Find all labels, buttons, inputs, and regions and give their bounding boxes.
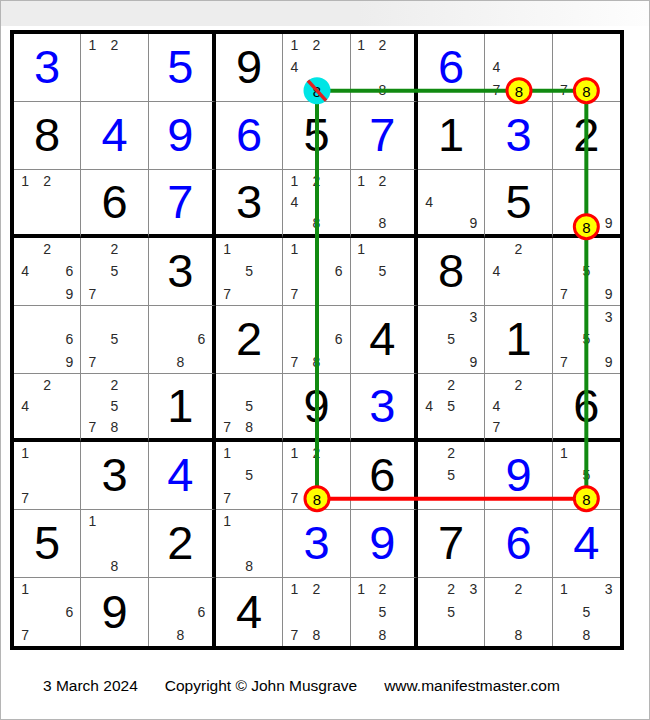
cell-r9c8[interactable]: 28 (485, 578, 552, 646)
candidate-grid: 68 (149, 578, 212, 646)
candidate-grid: 2469 (14, 238, 80, 305)
cell-r1c6[interactable]: 128 (351, 34, 418, 102)
candidate-7: 7 (14, 487, 36, 509)
candidate-grid: 167 (283, 238, 349, 305)
candidate-7: 7 (283, 351, 305, 373)
top-band (1, 1, 649, 26)
candidate-8: 8 (305, 623, 327, 646)
candidate-8: 8 (575, 213, 597, 234)
candidate-5: 5 (440, 328, 462, 350)
cell-r8c7[interactable]: 7 (418, 510, 485, 578)
candidate-1: 1 (351, 578, 372, 601)
cell-r8c8[interactable]: 6 (485, 510, 552, 578)
candidate-grid: 247 (485, 374, 551, 438)
cell-r2c4[interactable]: 6 (216, 102, 283, 170)
cell-r9c9[interactable]: 1358 (553, 578, 620, 646)
candidate-9: 9 (462, 213, 484, 234)
cell-r2c9[interactable]: 2 (553, 102, 620, 170)
candidate-7: 7 (283, 283, 305, 305)
candidate-grid: 478 (485, 34, 551, 101)
cell-r6c3[interactable]: 1 (149, 374, 216, 442)
candidate-grid: 1248 (283, 34, 349, 101)
candidate-5: 5 (575, 260, 597, 282)
candidate-7: 7 (283, 623, 305, 646)
cell-r3c3[interactable]: 7 (149, 170, 216, 238)
cell-r4c8[interactable]: 24 (485, 238, 552, 306)
candidate-5: 5 (575, 328, 597, 350)
candidate-8: 8 (170, 623, 191, 646)
candidate-6: 6 (58, 260, 80, 282)
cell-r8c9[interactable]: 4 (553, 510, 620, 578)
candidate-1: 1 (351, 34, 372, 56)
candidate-2: 2 (103, 238, 125, 260)
candidate-1: 1 (14, 578, 36, 601)
solved-digit: 9 (369, 519, 395, 566)
candidate-5: 5 (575, 601, 597, 624)
candidate-2: 2 (103, 374, 125, 395)
cell-r5c4[interactable]: 2 (216, 306, 283, 374)
candidate-grid: 1358 (553, 578, 620, 646)
candidate-5: 5 (103, 260, 125, 282)
given-digit: 6 (573, 382, 599, 429)
candidate-grid: 128 (351, 34, 414, 101)
given-digit: 3 (167, 247, 193, 294)
candidate-8: 8 (372, 623, 393, 646)
candidate-grid: 245 (418, 374, 484, 438)
candidate-2: 2 (36, 238, 58, 260)
candidate-1: 1 (216, 442, 238, 464)
cell-r5c3[interactable]: 68 (149, 306, 216, 374)
candidate-7: 7 (81, 417, 103, 438)
cell-r2c5[interactable]: 5 (283, 102, 350, 170)
candidate-grid: 128 (351, 170, 414, 234)
cell-r5c7[interactable]: 359 (418, 306, 485, 374)
cell-r3c5[interactable]: 1248 (283, 170, 350, 238)
candidate-grid: 17 (14, 442, 80, 509)
given-digit: 8 (438, 247, 464, 294)
solved-digit: 9 (167, 111, 193, 158)
candidate-8: 8 (575, 487, 597, 509)
footer: 3 March 2024 Copyright © John Musgrave w… (43, 677, 560, 695)
candidate-5: 5 (372, 601, 393, 624)
candidate-6: 6 (191, 601, 212, 624)
candidate-7: 7 (283, 487, 305, 509)
candidate-8: 8 (305, 351, 327, 373)
candidate-grid: 257 (81, 238, 147, 305)
candidate-2: 2 (305, 442, 327, 464)
cell-r4c9[interactable]: 579 (553, 238, 620, 306)
cell-r2c7[interactable]: 1 (418, 102, 485, 170)
candidate-grid: 157 (216, 238, 282, 305)
candidate-1: 1 (351, 238, 372, 260)
candidate-4: 4 (418, 395, 440, 416)
solved-digit: 6 (505, 519, 531, 566)
page: 3125912481286478788496571321267312481284… (0, 0, 650, 720)
cell-r1c1[interactable]: 3 (14, 34, 81, 102)
candidate-2: 2 (507, 374, 529, 395)
candidate-6: 6 (328, 328, 350, 350)
candidate-8: 8 (305, 487, 327, 509)
cell-r2c2[interactable]: 4 (81, 102, 148, 170)
cell-r5c5[interactable]: 678 (283, 306, 350, 374)
cell-r7c9[interactable]: 158 (553, 442, 620, 510)
cell-r2c8[interactable]: 3 (485, 102, 552, 170)
candidate-7: 7 (485, 79, 507, 101)
candidate-2: 2 (507, 238, 529, 260)
cell-r3c1[interactable]: 12 (14, 170, 81, 238)
given-digit: 4 (369, 315, 395, 362)
solved-digit: 3 (505, 111, 531, 158)
cell-r6c6[interactable]: 3 (351, 374, 418, 442)
cell-r5c9[interactable]: 3579 (553, 306, 620, 374)
candidate-8: 8 (238, 417, 260, 438)
solved-digit: 4 (101, 111, 127, 158)
solved-digit: 3 (34, 43, 60, 90)
candidate-4: 4 (485, 260, 507, 282)
candidate-8: 8 (507, 79, 529, 101)
cell-r9c6[interactable]: 1258 (351, 578, 418, 646)
given-digit: 3 (236, 178, 262, 225)
candidate-1: 1 (216, 238, 238, 260)
cell-r6c7[interactable]: 245 (418, 374, 485, 442)
cell-r3c7[interactable]: 49 (418, 170, 485, 238)
candidate-2: 2 (440, 374, 462, 395)
candidate-grid: 89 (553, 170, 620, 234)
cell-r5c6[interactable]: 4 (351, 306, 418, 374)
candidate-grid: 157 (216, 442, 282, 509)
candidate-grid: 12 (14, 170, 80, 234)
cell-r5c2[interactable]: 57 (81, 306, 148, 374)
candidate-6: 6 (328, 260, 350, 282)
candidate-grid: 18 (81, 510, 147, 577)
cell-r6c5[interactable]: 9 (283, 374, 350, 442)
candidate-7: 7 (216, 417, 238, 438)
given-digit: 4 (236, 588, 262, 635)
candidate-7: 7 (14, 623, 36, 646)
candidate-1: 1 (81, 34, 103, 56)
candidate-2: 2 (372, 170, 393, 191)
solved-digit: 9 (505, 451, 531, 498)
sudoku-board: 3125912481286478788496571321267312481284… (10, 30, 624, 650)
cell-r9c4[interactable]: 4 (216, 578, 283, 646)
candidate-2: 2 (36, 170, 58, 191)
candidate-8: 8 (170, 351, 191, 373)
candidate-8: 8 (507, 623, 529, 646)
candidate-grid: 678 (283, 306, 349, 373)
given-digit: 6 (369, 451, 395, 498)
given-digit: 2 (167, 519, 193, 566)
cell-r7c8[interactable]: 9 (485, 442, 552, 510)
candidate-grid: 579 (553, 238, 620, 305)
cell-r5c1[interactable]: 69 (14, 306, 81, 374)
candidate-8: 8 (103, 417, 125, 438)
candidate-grid: 18 (216, 510, 282, 577)
cell-r8c1[interactable]: 5 (14, 510, 81, 578)
cell-r4c3[interactable]: 3 (149, 238, 216, 306)
candidate-4: 4 (14, 395, 36, 416)
cell-r7c2[interactable]: 3 (81, 442, 148, 510)
given-digit: 2 (573, 111, 599, 158)
candidate-2: 2 (36, 374, 58, 395)
candidate-grid: 49 (418, 170, 484, 234)
candidate-1: 1 (553, 442, 575, 464)
cell-r2c3[interactable]: 9 (149, 102, 216, 170)
candidate-1: 1 (283, 170, 305, 191)
candidate-5: 5 (103, 328, 125, 350)
candidate-5: 5 (440, 601, 462, 624)
candidate-1: 1 (351, 170, 372, 191)
cell-r2c1[interactable]: 8 (14, 102, 81, 170)
given-digit: 1 (505, 315, 531, 362)
cell-r6c8[interactable]: 247 (485, 374, 552, 442)
candidate-1: 1 (283, 578, 305, 601)
cell-r5c8[interactable]: 1 (485, 306, 552, 374)
candidate-grid: 235 (418, 578, 484, 646)
candidate-8: 8 (575, 79, 597, 101)
given-digit: 5 (505, 178, 531, 225)
solved-digit: 7 (167, 178, 193, 225)
cell-r1c9[interactable]: 78 (553, 34, 620, 102)
given-digit: 9 (303, 382, 329, 429)
candidate-2: 2 (507, 578, 529, 601)
candidate-4: 4 (418, 191, 440, 212)
given-digit: 1 (167, 382, 193, 429)
cell-r4c4[interactable]: 157 (216, 238, 283, 306)
candidate-7: 7 (553, 283, 575, 305)
candidate-1: 1 (14, 170, 36, 191)
given-digit: 2 (236, 315, 262, 362)
candidate-8: 8 (575, 623, 597, 646)
candidate-grid: 12 (81, 34, 147, 101)
solved-digit: 7 (369, 111, 395, 158)
candidate-3: 3 (462, 306, 484, 328)
candidate-1: 1 (553, 578, 575, 601)
candidate-7: 7 (485, 417, 507, 438)
footer-date: 3 March 2024 (43, 677, 138, 695)
cell-r8c3[interactable]: 2 (149, 510, 216, 578)
cell-r1c8[interactable]: 478 (485, 34, 552, 102)
candidate-2: 2 (305, 34, 327, 56)
cell-r8c2[interactable]: 18 (81, 510, 148, 578)
candidate-9: 9 (598, 283, 620, 305)
cell-r4c6[interactable]: 15 (351, 238, 418, 306)
candidate-2: 2 (103, 34, 125, 56)
candidate-7: 7 (81, 283, 103, 305)
candidate-2: 2 (372, 578, 393, 601)
cell-r2c6[interactable]: 7 (351, 102, 418, 170)
cell-r8c4[interactable]: 18 (216, 510, 283, 578)
candidate-1: 1 (283, 238, 305, 260)
candidate-grid: 578 (216, 374, 282, 438)
candidate-grid: 359 (418, 306, 484, 373)
candidate-grid: 68 (149, 306, 212, 373)
candidate-9: 9 (58, 351, 80, 373)
candidate-7: 7 (553, 79, 575, 101)
candidate-grid: 24 (485, 238, 551, 305)
candidate-8: 8 (305, 79, 327, 101)
given-digit: 9 (236, 43, 262, 90)
candidate-2: 2 (372, 34, 393, 56)
candidate-5: 5 (372, 260, 393, 282)
solved-digit: 6 (236, 111, 262, 158)
cell-r7c3[interactable]: 4 (149, 442, 216, 510)
cell-r4c7[interactable]: 8 (418, 238, 485, 306)
candidate-3: 3 (462, 578, 484, 601)
cell-r7c7[interactable]: 25 (418, 442, 485, 510)
cell-r1c2[interactable]: 12 (81, 34, 148, 102)
candidate-6: 6 (58, 328, 80, 350)
given-digit: 7 (438, 519, 464, 566)
cell-r6c9[interactable]: 6 (553, 374, 620, 442)
given-digit: 8 (34, 111, 60, 158)
cell-r1c5[interactable]: 1248 (283, 34, 350, 102)
cell-r3c6[interactable]: 128 (351, 170, 418, 238)
candidate-2: 2 (305, 578, 327, 601)
solved-digit: 3 (369, 382, 395, 429)
candidate-2: 2 (440, 442, 462, 464)
cell-r6c4[interactable]: 578 (216, 374, 283, 442)
candidate-1: 1 (14, 442, 36, 464)
candidate-grid: 1278 (283, 442, 349, 509)
cell-r9c7[interactable]: 235 (418, 578, 485, 646)
candidate-5: 5 (440, 395, 462, 416)
candidate-grid: 158 (553, 442, 620, 509)
solved-digit: 4 (573, 519, 599, 566)
given-digit: 9 (101, 588, 127, 635)
given-digit: 5 (303, 111, 329, 158)
candidate-grid: 69 (14, 306, 80, 373)
candidate-5: 5 (440, 464, 462, 486)
candidate-4: 4 (485, 395, 507, 416)
solved-digit: 6 (438, 43, 464, 90)
candidate-grid: 167 (14, 578, 80, 646)
cell-r8c6[interactable]: 9 (351, 510, 418, 578)
cell-r9c1[interactable]: 167 (14, 578, 81, 646)
cell-r9c3[interactable]: 68 (149, 578, 216, 646)
footer-website[interactable]: www.manifestmaster.com (384, 677, 560, 695)
candidate-8: 8 (372, 213, 393, 234)
footer-copyright: Copyright © John Musgrave (165, 677, 357, 695)
solved-digit: 3 (303, 519, 329, 566)
cell-r1c4[interactable]: 9 (216, 34, 283, 102)
cell-r4c1[interactable]: 2469 (14, 238, 81, 306)
cell-r7c4[interactable]: 157 (216, 442, 283, 510)
candidate-9: 9 (462, 351, 484, 373)
cell-r3c9[interactable]: 89 (553, 170, 620, 238)
candidate-5: 5 (238, 260, 260, 282)
candidate-5: 5 (103, 395, 125, 416)
candidate-2: 2 (305, 170, 327, 191)
cell-r7c1[interactable]: 17 (14, 442, 81, 510)
candidate-8: 8 (372, 79, 393, 101)
solved-digit: 5 (167, 43, 193, 90)
candidate-grid: 15 (351, 238, 414, 305)
given-digit: 1 (438, 111, 464, 158)
candidate-grid: 28 (485, 578, 551, 646)
given-digit: 6 (101, 178, 127, 225)
cell-r1c7[interactable]: 6 (418, 34, 485, 102)
cell-r1c3[interactable]: 5 (149, 34, 216, 102)
candidate-3: 3 (598, 306, 620, 328)
candidate-4: 4 (485, 56, 507, 78)
candidate-9: 9 (598, 213, 620, 234)
cell-r3c8[interactable]: 5 (485, 170, 552, 238)
candidate-grid: 24 (14, 374, 80, 438)
candidate-grid: 1278 (283, 578, 349, 646)
candidate-8: 8 (103, 555, 125, 577)
given-digit: 5 (34, 519, 60, 566)
candidate-grid: 1258 (351, 578, 414, 646)
candidate-5: 5 (575, 464, 597, 486)
cell-r3c4[interactable]: 3 (216, 170, 283, 238)
candidate-6: 6 (58, 601, 80, 624)
candidate-1: 1 (216, 510, 238, 532)
candidate-7: 7 (216, 283, 238, 305)
candidate-6: 6 (191, 328, 212, 350)
candidate-1: 1 (283, 34, 305, 56)
candidate-8: 8 (238, 555, 260, 577)
candidate-grid: 1248 (283, 170, 349, 234)
candidate-1: 1 (81, 510, 103, 532)
candidate-9: 9 (598, 351, 620, 373)
candidate-7: 7 (81, 351, 103, 373)
candidate-grid: 25 (418, 442, 484, 509)
cell-r4c2[interactable]: 257 (81, 238, 148, 306)
candidate-7: 7 (553, 351, 575, 373)
candidate-grid: 78 (553, 34, 620, 101)
cell-r7c6[interactable]: 6 (351, 442, 418, 510)
candidate-4: 4 (283, 56, 305, 78)
cell-r3c2[interactable]: 6 (81, 170, 148, 238)
cell-r8c5[interactable]: 3 (283, 510, 350, 578)
cell-r4c5[interactable]: 167 (283, 238, 350, 306)
candidate-5: 5 (238, 464, 260, 486)
cell-r6c2[interactable]: 2578 (81, 374, 148, 442)
candidate-7: 7 (216, 487, 238, 509)
candidate-grid: 3579 (553, 306, 620, 373)
cell-r7c5[interactable]: 1278 (283, 442, 350, 510)
candidate-grid: 57 (81, 306, 147, 373)
cell-r9c5[interactable]: 1278 (283, 578, 350, 646)
candidate-8: 8 (305, 213, 327, 234)
cell-r6c1[interactable]: 24 (14, 374, 81, 442)
solved-digit: 4 (167, 451, 193, 498)
candidate-grid: 2578 (81, 374, 147, 438)
candidate-2: 2 (440, 578, 462, 601)
candidate-4: 4 (283, 191, 305, 212)
candidate-3: 3 (598, 578, 620, 601)
candidate-9: 9 (58, 283, 80, 305)
candidate-1: 1 (283, 442, 305, 464)
candidate-4: 4 (14, 260, 36, 282)
given-digit: 3 (101, 451, 127, 498)
candidate-5: 5 (238, 395, 260, 416)
cell-r9c2[interactable]: 9 (81, 578, 148, 646)
